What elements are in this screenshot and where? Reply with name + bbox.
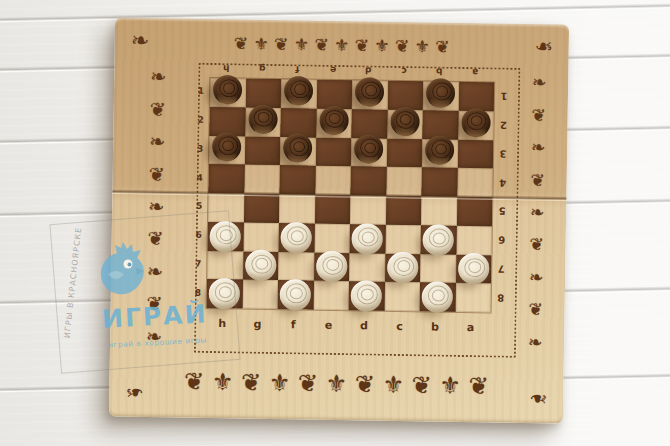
floral-motif-icon: ❧ bbox=[532, 72, 547, 92]
file-label-c: c bbox=[386, 66, 422, 77]
file-label-g: g bbox=[240, 317, 276, 331]
square-e1[interactable] bbox=[316, 80, 352, 109]
square-c8[interactable] bbox=[384, 282, 420, 311]
rank-label-3: 3 bbox=[193, 144, 207, 154]
rank-label-5: 5 bbox=[495, 206, 509, 217]
white-piece-h6[interactable] bbox=[210, 221, 241, 252]
ornament-border-top: ❦ ⚜ ❦ ⚜ ❦ ⚜ ❦ ⚜ ❦ ⚜ ❦ bbox=[127, 26, 557, 65]
ornament-border-right: ❧❦❧❦❧❦❧❦❧ bbox=[518, 66, 557, 358]
square-g8[interactable] bbox=[242, 280, 278, 309]
piece-ring-groove bbox=[433, 232, 446, 244]
dark-piece-e2[interactable] bbox=[319, 105, 348, 134]
square-e8[interactable] bbox=[313, 281, 349, 310]
piece-ring-groove bbox=[220, 229, 233, 241]
floral-motif-icon: ❦ bbox=[531, 105, 546, 125]
square-f5[interactable] bbox=[279, 194, 315, 223]
file-label-b: b bbox=[417, 320, 453, 334]
square-g5[interactable] bbox=[243, 194, 279, 223]
square-g4[interactable] bbox=[244, 165, 280, 194]
file-label-e: e bbox=[315, 65, 351, 76]
square-b5[interactable] bbox=[421, 196, 457, 225]
file-label-a: a bbox=[457, 67, 493, 78]
floral-motif-icon: ❦ bbox=[528, 299, 543, 319]
file-label-e: e bbox=[311, 319, 347, 333]
file-label-f: f bbox=[279, 64, 315, 75]
piece-ring-groove bbox=[362, 231, 375, 243]
square-c6[interactable] bbox=[385, 224, 421, 253]
ornament-corner-bottom-left: ❧ bbox=[125, 380, 144, 405]
square-e5[interactable] bbox=[314, 195, 350, 224]
square-h7[interactable] bbox=[207, 250, 243, 279]
rank-label-8: 8 bbox=[191, 287, 205, 297]
rank-label-6: 6 bbox=[192, 230, 206, 240]
rank-label-7: 7 bbox=[191, 259, 205, 269]
checkers-board: ❦ ⚜ ❦ ⚜ ❦ ⚜ ❦ ⚜ ❦ ⚜ ❦ ❦ ⚜ ❦ ⚜ ❦ ⚜ ❦ ⚜ ❦ … bbox=[109, 17, 569, 423]
file-label-f: f bbox=[275, 318, 311, 332]
square-e4[interactable] bbox=[315, 166, 351, 195]
floral-motif-icon: ❦ bbox=[530, 170, 545, 190]
floral-motif-icon: ❧ bbox=[530, 202, 545, 222]
square-a5[interactable] bbox=[456, 197, 492, 226]
blue-bird-logo bbox=[98, 240, 148, 300]
square-e3[interactable] bbox=[315, 137, 351, 166]
floral-motif-icon: ❧ bbox=[150, 65, 166, 87]
ornament-corner-bottom-right: ❧ bbox=[529, 386, 548, 411]
piece-ring-groove bbox=[222, 82, 235, 94]
dark-piece-g2[interactable] bbox=[248, 104, 277, 133]
piece-ring-groove bbox=[293, 84, 306, 96]
floral-motif-icon: ❦ bbox=[148, 227, 164, 249]
file-label-h: h bbox=[204, 317, 240, 331]
square-f4[interactable] bbox=[279, 165, 315, 194]
square-a3[interactable] bbox=[457, 139, 493, 168]
file-label-d: d bbox=[350, 65, 386, 76]
floral-motif-icon: ❧ bbox=[149, 130, 165, 152]
dark-piece-c2[interactable] bbox=[390, 106, 419, 135]
square-a1[interactable] bbox=[458, 82, 494, 111]
ornament-corner-top-right: ❧ bbox=[534, 34, 553, 59]
square-b4[interactable] bbox=[421, 168, 457, 197]
rank-label-4: 4 bbox=[193, 172, 207, 182]
square-d5[interactable] bbox=[350, 195, 386, 224]
rank-label-2: 2 bbox=[496, 120, 510, 131]
white-piece-d6[interactable] bbox=[352, 223, 383, 254]
white-piece-b6[interactable] bbox=[423, 224, 454, 255]
ornament-corner-top-left: ❧ bbox=[131, 28, 150, 53]
square-c3[interactable] bbox=[386, 138, 422, 167]
ornament-border-bottom: ❦ ⚜ ❦ ⚜ ❦ ⚜ ❦ ⚜ ❦ ⚜ ❦ bbox=[121, 354, 552, 415]
square-h4[interactable] bbox=[208, 164, 244, 193]
piece-ring-groove bbox=[291, 230, 304, 242]
square-a6[interactable] bbox=[456, 226, 492, 255]
square-f7[interactable] bbox=[278, 252, 314, 281]
piece-ring-groove bbox=[364, 85, 377, 97]
file-label-a: a bbox=[453, 321, 489, 335]
rank-label-5: 5 bbox=[192, 201, 206, 211]
floral-motif-icon: ❧ bbox=[148, 195, 164, 217]
square-b2[interactable] bbox=[422, 110, 458, 139]
floral-motif-icon: ❦ bbox=[150, 98, 166, 120]
square-d7[interactable] bbox=[349, 253, 385, 282]
square-g1[interactable] bbox=[245, 79, 281, 108]
floral-motif-icon: ❧ bbox=[531, 137, 546, 157]
piece-ring-groove bbox=[435, 86, 448, 98]
rank-label-7: 7 bbox=[494, 263, 508, 274]
rank-label-3: 3 bbox=[496, 148, 510, 159]
floral-motif-icon: ❧ bbox=[528, 332, 543, 352]
dark-piece-a2[interactable] bbox=[461, 108, 490, 137]
square-a8[interactable] bbox=[455, 283, 491, 312]
file-label-d: d bbox=[346, 319, 382, 333]
floral-motif-icon: ❦ bbox=[149, 163, 165, 185]
square-e6[interactable] bbox=[314, 223, 350, 252]
rank-label-1: 1 bbox=[497, 91, 511, 102]
rank-label-4: 4 bbox=[496, 177, 510, 188]
square-c5[interactable] bbox=[385, 196, 421, 225]
square-g6[interactable] bbox=[243, 222, 279, 251]
floral-motif-icon: ❦ bbox=[529, 234, 544, 254]
square-h5[interactable] bbox=[208, 193, 244, 222]
file-label-g: g bbox=[244, 63, 280, 74]
rank-label-6: 6 bbox=[495, 235, 509, 246]
floral-motif-icon: ❧ bbox=[529, 267, 544, 287]
square-g3[interactable] bbox=[244, 136, 280, 165]
square-f2[interactable] bbox=[280, 108, 316, 137]
square-c1[interactable] bbox=[387, 81, 423, 110]
file-label-c: c bbox=[382, 320, 418, 334]
square-a4[interactable] bbox=[457, 168, 493, 197]
rank-label-2: 2 bbox=[193, 115, 207, 125]
white-piece-f6[interactable] bbox=[281, 222, 312, 253]
file-label-b: b bbox=[421, 66, 457, 77]
square-b7[interactable] bbox=[420, 254, 456, 283]
rank-label-8: 8 bbox=[494, 292, 508, 303]
floral-motif-icon: ❧ bbox=[147, 260, 163, 282]
square-c4[interactable] bbox=[386, 167, 422, 196]
file-label-h: h bbox=[208, 63, 244, 74]
watermark-brand-text: ИГРАЙ bbox=[101, 299, 208, 333]
square-d4[interactable] bbox=[350, 166, 386, 195]
rank-label-1: 1 bbox=[194, 86, 208, 96]
